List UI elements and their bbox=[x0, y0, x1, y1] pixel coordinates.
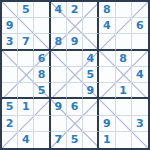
cell-r6c9[interactable] bbox=[132, 83, 148, 99]
cell-r4c7[interactable] bbox=[99, 51, 115, 67]
cell-r1c9[interactable] bbox=[132, 2, 148, 18]
cell-r9c6[interactable] bbox=[83, 132, 99, 148]
cell-r4c1[interactable] bbox=[2, 51, 18, 67]
cell-r9c3[interactable] bbox=[34, 132, 50, 148]
cell-r6c3[interactable]: 5 bbox=[34, 83, 50, 99]
cell-r3c7[interactable] bbox=[99, 34, 115, 50]
cell-r7c1[interactable]: 5 bbox=[2, 99, 18, 115]
cell-r4c2[interactable] bbox=[18, 51, 34, 67]
cell-r1c5[interactable]: 2 bbox=[67, 2, 83, 18]
cell-r8c9[interactable]: 3 bbox=[132, 116, 148, 132]
cell-r8c8[interactable] bbox=[116, 116, 132, 132]
cell-r1c1[interactable] bbox=[2, 2, 18, 18]
cell-r5c8[interactable] bbox=[116, 67, 132, 83]
cell-r2c8[interactable] bbox=[116, 18, 132, 34]
cell-r3c2[interactable]: 7 bbox=[18, 34, 34, 50]
cell-r9c2[interactable]: 4 bbox=[18, 132, 34, 148]
cell-r8c6[interactable] bbox=[83, 116, 99, 132]
cell-r2c9[interactable]: 6 bbox=[132, 18, 148, 34]
cell-r3c9[interactable] bbox=[132, 34, 148, 50]
cell-r1c4[interactable]: 4 bbox=[51, 2, 67, 18]
cell-r7c3[interactable] bbox=[34, 99, 50, 115]
cell-r9c9[interactable] bbox=[132, 132, 148, 148]
cell-r2c5[interactable] bbox=[67, 18, 83, 34]
cell-r4c9[interactable] bbox=[132, 51, 148, 67]
cell-r7c5[interactable]: 6 bbox=[67, 99, 83, 115]
cell-r8c4[interactable] bbox=[51, 116, 67, 132]
cell-r2c1[interactable]: 9 bbox=[2, 18, 18, 34]
cell-r2c3[interactable] bbox=[34, 18, 50, 34]
cell-r8c7[interactable]: 9 bbox=[99, 116, 115, 132]
cell-r2c6[interactable] bbox=[83, 18, 99, 34]
cell-r4c8[interactable]: 8 bbox=[116, 51, 132, 67]
cell-r1c8[interactable] bbox=[116, 2, 132, 18]
cell-r6c8[interactable]: 1 bbox=[116, 83, 132, 99]
cell-r7c8[interactable] bbox=[116, 99, 132, 115]
cell-r3c5[interactable]: 9 bbox=[67, 34, 83, 50]
cell-r5c9[interactable]: 4 bbox=[132, 67, 148, 83]
cell-r9c4[interactable]: 7 bbox=[51, 132, 67, 148]
cell-r8c1[interactable]: 2 bbox=[2, 116, 18, 132]
cell-r8c2[interactable] bbox=[18, 116, 34, 132]
cell-r7c2[interactable]: 1 bbox=[18, 99, 34, 115]
cell-r3c1[interactable]: 3 bbox=[2, 34, 18, 50]
cell-r5c6[interactable]: 5 bbox=[83, 67, 99, 83]
cell-r6c2[interactable] bbox=[18, 83, 34, 99]
cell-r9c8[interactable] bbox=[116, 132, 132, 148]
cell-r9c1[interactable] bbox=[2, 132, 18, 148]
cell-r9c5[interactable]: 5 bbox=[67, 132, 83, 148]
cell-r1c2[interactable]: 5 bbox=[18, 2, 34, 18]
cell-r3c6[interactable] bbox=[83, 34, 99, 50]
cell-r3c8[interactable] bbox=[116, 34, 132, 50]
cell-r4c3[interactable]: 6 bbox=[34, 51, 50, 67]
cell-r5c5[interactable] bbox=[67, 67, 83, 83]
cell-r5c7[interactable] bbox=[99, 67, 115, 83]
cell-r3c4[interactable]: 8 bbox=[51, 34, 67, 50]
cell-r6c4[interactable] bbox=[51, 83, 67, 99]
cell-r5c3[interactable]: 8 bbox=[34, 67, 50, 83]
cell-r9c7[interactable]: 1 bbox=[99, 132, 115, 148]
cell-r6c7[interactable] bbox=[99, 83, 115, 99]
cell-r4c6[interactable]: 4 bbox=[83, 51, 99, 67]
cell-r4c5[interactable] bbox=[67, 51, 83, 67]
cell-r8c3[interactable] bbox=[34, 116, 50, 132]
cell-r5c2[interactable] bbox=[18, 67, 34, 83]
cell-r7c9[interactable] bbox=[132, 99, 148, 115]
cell-r5c4[interactable] bbox=[51, 67, 67, 83]
cell-r2c7[interactable]: 4 bbox=[99, 18, 115, 34]
cell-r7c6[interactable] bbox=[83, 99, 99, 115]
cell-r8c5[interactable] bbox=[67, 116, 83, 132]
cell-r7c7[interactable] bbox=[99, 99, 115, 115]
cell-r6c6[interactable]: 9 bbox=[83, 83, 99, 99]
cell-r1c3[interactable] bbox=[34, 2, 50, 18]
cell-r1c6[interactable] bbox=[83, 2, 99, 18]
sudoku-board: 5428946378964885459151962934751 bbox=[0, 0, 150, 150]
cell-r3c3[interactable] bbox=[34, 34, 50, 50]
cell-r6c5[interactable] bbox=[67, 83, 83, 99]
cell-r7c4[interactable]: 9 bbox=[51, 99, 67, 115]
cell-r1c7[interactable]: 8 bbox=[99, 2, 115, 18]
cell-r4c4[interactable] bbox=[51, 51, 67, 67]
cell-r6c1[interactable] bbox=[2, 83, 18, 99]
cell-r2c4[interactable] bbox=[51, 18, 67, 34]
cell-r5c1[interactable] bbox=[2, 67, 18, 83]
cell-r2c2[interactable] bbox=[18, 18, 34, 34]
